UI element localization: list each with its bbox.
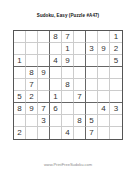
sudoku-page: Sudoku, Easy (Puzzle #A47) 8711392149589… [0, 0, 136, 176]
given-cell-r7c9: 3 [110, 103, 122, 115]
empty-cell-r9c3[interactable] [38, 127, 50, 139]
empty-cell-r5c8[interactable] [98, 79, 110, 91]
empty-cell-r2c4[interactable] [50, 43, 62, 55]
given-cell-r5c2: 7 [26, 79, 38, 91]
empty-cell-r5c4[interactable] [50, 79, 62, 91]
empty-cell-r2c1[interactable] [14, 43, 26, 55]
empty-cell-r4c4[interactable] [50, 67, 62, 79]
given-cell-r3c4: 4 [50, 55, 62, 67]
empty-cell-r6c5[interactable] [62, 91, 74, 103]
empty-cell-r7c6[interactable] [74, 103, 86, 115]
empty-cell-r6c9[interactable] [110, 91, 122, 103]
empty-cell-r3c7[interactable] [86, 55, 98, 67]
empty-cell-r9c4[interactable] [50, 127, 62, 139]
given-cell-r6c4: 1 [50, 91, 62, 103]
empty-cell-r6c8[interactable] [98, 91, 110, 103]
empty-cell-r5c6[interactable] [74, 79, 86, 91]
empty-cell-r5c1[interactable] [14, 79, 26, 91]
sudoku-board: 8711392149589785217897643385247 [13, 30, 123, 140]
given-cell-r2c7: 3 [86, 43, 98, 55]
empty-cell-r8c1[interactable] [14, 115, 26, 127]
empty-cell-r8c5[interactable] [62, 115, 74, 127]
empty-cell-r9c9[interactable] [110, 127, 122, 139]
given-cell-r7c4: 6 [50, 103, 62, 115]
empty-cell-r9c2[interactable] [26, 127, 38, 139]
given-cell-r3c9: 5 [110, 55, 122, 67]
empty-cell-r8c9[interactable] [110, 115, 122, 127]
given-cell-r3c5: 9 [62, 55, 74, 67]
empty-cell-r8c2[interactable] [26, 115, 38, 127]
given-cell-r4c2: 8 [26, 67, 38, 79]
empty-cell-r1c7[interactable] [86, 31, 98, 43]
empty-cell-r4c6[interactable] [74, 67, 86, 79]
given-cell-r5c5: 8 [62, 79, 74, 91]
empty-cell-r1c8[interactable] [98, 31, 110, 43]
given-cell-r7c3: 7 [38, 103, 50, 115]
given-cell-r1c4: 8 [50, 31, 62, 43]
empty-cell-r4c8[interactable] [98, 67, 110, 79]
empty-cell-r4c5[interactable] [62, 67, 74, 79]
footer-url: www.PrintFreeSudoku.com [0, 162, 136, 167]
empty-cell-r7c7[interactable] [86, 103, 98, 115]
empty-cell-r1c3[interactable] [38, 31, 50, 43]
given-cell-r1c5: 7 [62, 31, 74, 43]
given-cell-r8c6: 8 [74, 115, 86, 127]
given-cell-r4c3: 9 [38, 67, 50, 79]
empty-cell-r4c7[interactable] [86, 67, 98, 79]
given-cell-r9c7: 7 [86, 127, 98, 139]
given-cell-r6c2: 2 [26, 91, 38, 103]
given-cell-r6c6: 7 [74, 91, 86, 103]
empty-cell-r2c3[interactable] [38, 43, 50, 55]
empty-cell-r7c5[interactable] [62, 103, 74, 115]
empty-cell-r9c8[interactable] [98, 127, 110, 139]
given-cell-r8c3: 3 [38, 115, 50, 127]
given-cell-r1c9: 1 [110, 31, 122, 43]
empty-cell-r2c6[interactable] [74, 43, 86, 55]
empty-cell-r3c6[interactable] [74, 55, 86, 67]
empty-cell-r3c8[interactable] [98, 55, 110, 67]
empty-cell-r5c7[interactable] [86, 79, 98, 91]
given-cell-r7c1: 8 [14, 103, 26, 115]
empty-cell-r1c2[interactable] [26, 31, 38, 43]
empty-cell-r1c1[interactable] [14, 31, 26, 43]
empty-cell-r5c3[interactable] [38, 79, 50, 91]
empty-cell-r6c7[interactable] [86, 91, 98, 103]
given-cell-r9c5: 4 [62, 127, 74, 139]
given-cell-r2c5: 1 [62, 43, 74, 55]
empty-cell-r6c3[interactable] [38, 91, 50, 103]
given-cell-r8c7: 5 [86, 115, 98, 127]
empty-cell-r3c2[interactable] [26, 55, 38, 67]
empty-cell-r8c8[interactable] [98, 115, 110, 127]
empty-cell-r8c4[interactable] [50, 115, 62, 127]
empty-cell-r4c9[interactable] [110, 67, 122, 79]
empty-cell-r5c9[interactable] [110, 79, 122, 91]
empty-cell-r2c2[interactable] [26, 43, 38, 55]
given-cell-r3c1: 1 [14, 55, 26, 67]
empty-cell-r4c1[interactable] [14, 67, 26, 79]
given-cell-r7c8: 4 [98, 103, 110, 115]
given-cell-r2c8: 9 [98, 43, 110, 55]
given-cell-r7c2: 9 [26, 103, 38, 115]
given-cell-r6c1: 5 [14, 91, 26, 103]
page-title: Sudoku, Easy (Puzzle #A47) [0, 13, 136, 18]
given-cell-r9c1: 2 [14, 127, 26, 139]
empty-cell-r1c6[interactable] [74, 31, 86, 43]
empty-cell-r9c6[interactable] [74, 127, 86, 139]
given-cell-r2c9: 2 [110, 43, 122, 55]
empty-cell-r3c3[interactable] [38, 55, 50, 67]
